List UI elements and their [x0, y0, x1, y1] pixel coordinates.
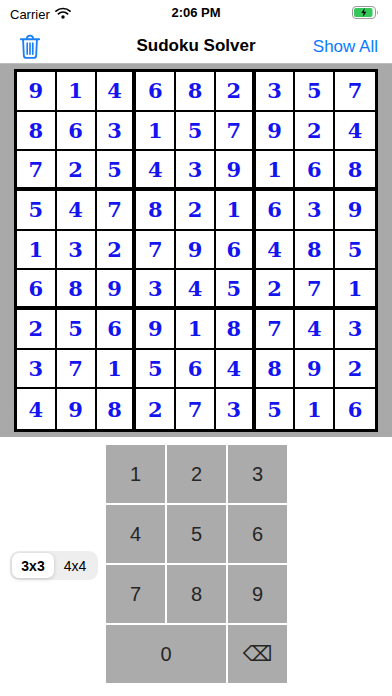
sudoku-cell-r4c3[interactable]: 7: [97, 191, 137, 231]
sudoku-cell-r6c7[interactable]: 2: [256, 270, 296, 310]
sudoku-cell-r9c6[interactable]: 3: [216, 389, 256, 429]
sudoku-cell-r2c4[interactable]: 1: [136, 112, 176, 152]
sudoku-cell-r2c7[interactable]: 9: [256, 112, 296, 152]
key-0[interactable]: 0: [106, 625, 226, 683]
sudoku-cell-r8c4[interactable]: 5: [136, 350, 176, 390]
sudoku-cell-r9c3[interactable]: 8: [97, 389, 137, 429]
sudoku-board: 9146823578631579247254391685478216391327…: [14, 69, 378, 432]
sudoku-cell-r5c8[interactable]: 8: [295, 231, 335, 271]
sudoku-cell-r7c8[interactable]: 4: [295, 310, 335, 350]
sudoku-cell-r2c6[interactable]: 7: [216, 112, 256, 152]
sudoku-cell-r1c5[interactable]: 8: [176, 72, 216, 112]
segment-4x4[interactable]: 4x4: [54, 553, 96, 578]
sudoku-cell-r6c2[interactable]: 8: [57, 270, 97, 310]
sudoku-cell-r8c9[interactable]: 2: [335, 350, 375, 390]
key-7[interactable]: 7: [106, 565, 165, 623]
clock: 2:06 PM: [0, 5, 392, 20]
show-all-button[interactable]: Show All: [313, 30, 378, 64]
sudoku-cell-r7c9[interactable]: 3: [335, 310, 375, 350]
sudoku-cell-r3c4[interactable]: 4: [136, 151, 176, 191]
sudoku-cell-r4c6[interactable]: 1: [216, 191, 256, 231]
sudoku-cell-r3c5[interactable]: 3: [176, 151, 216, 191]
sudoku-cell-r1c8[interactable]: 5: [295, 72, 335, 112]
sudoku-cell-r2c2[interactable]: 6: [57, 112, 97, 152]
sudoku-cell-r3c6[interactable]: 9: [216, 151, 256, 191]
nav-bar: Sudoku Solver Show All: [0, 30, 392, 64]
sudoku-cell-r7c2[interactable]: 5: [57, 310, 97, 350]
sudoku-cell-r3c1[interactable]: 7: [17, 151, 57, 191]
sudoku-cell-r4c5[interactable]: 2: [176, 191, 216, 231]
sudoku-cell-r8c1[interactable]: 3: [17, 350, 57, 390]
sudoku-cell-r6c9[interactable]: 1: [335, 270, 375, 310]
key-8[interactable]: 8: [167, 565, 226, 623]
sudoku-cell-r3c2[interactable]: 2: [57, 151, 97, 191]
sudoku-cell-r1c9[interactable]: 7: [335, 72, 375, 112]
sudoku-cell-r6c3[interactable]: 9: [97, 270, 137, 310]
sudoku-cell-r4c1[interactable]: 5: [17, 191, 57, 231]
battery-charging-icon: [352, 6, 380, 19]
sudoku-cell-r9c5[interactable]: 7: [176, 389, 216, 429]
sudoku-cell-r8c7[interactable]: 8: [256, 350, 296, 390]
sudoku-cell-r8c2[interactable]: 7: [57, 350, 97, 390]
sudoku-cell-r9c4[interactable]: 2: [136, 389, 176, 429]
sudoku-cell-r8c5[interactable]: 6: [176, 350, 216, 390]
sudoku-cell-r1c6[interactable]: 2: [216, 72, 256, 112]
board-background: 9146823578631579247254391685478216391327…: [0, 64, 392, 437]
sudoku-cell-r1c2[interactable]: 1: [57, 72, 97, 112]
sudoku-cell-r4c9[interactable]: 9: [335, 191, 375, 231]
sudoku-cell-r6c8[interactable]: 7: [295, 270, 335, 310]
sudoku-cell-r1c4[interactable]: 6: [136, 72, 176, 112]
sudoku-cell-r5c4[interactable]: 7: [136, 231, 176, 271]
sudoku-cell-r1c7[interactable]: 3: [256, 72, 296, 112]
status-bar: Carrier 2:06 PM: [0, 0, 392, 30]
sudoku-cell-r5c3[interactable]: 2: [97, 231, 137, 271]
key-2[interactable]: 2: [167, 445, 226, 503]
sudoku-cell-r9c2[interactable]: 9: [57, 389, 97, 429]
sudoku-cell-r5c7[interactable]: 4: [256, 231, 296, 271]
key-6[interactable]: 6: [228, 505, 287, 563]
number-keypad: 1234567890⌫: [106, 445, 287, 683]
sudoku-cell-r4c8[interactable]: 3: [295, 191, 335, 231]
sudoku-cell-r2c8[interactable]: 2: [295, 112, 335, 152]
key-5[interactable]: 5: [167, 505, 226, 563]
sudoku-cell-r5c6[interactable]: 6: [216, 231, 256, 271]
sudoku-cell-r3c7[interactable]: 1: [256, 151, 296, 191]
sudoku-cell-r8c6[interactable]: 4: [216, 350, 256, 390]
sudoku-cell-r5c9[interactable]: 5: [335, 231, 375, 271]
sudoku-cell-r3c9[interactable]: 8: [335, 151, 375, 191]
sudoku-cell-r2c5[interactable]: 5: [176, 112, 216, 152]
sudoku-cell-r8c3[interactable]: 1: [97, 350, 137, 390]
sudoku-cell-r2c1[interactable]: 8: [17, 112, 57, 152]
sudoku-cell-r7c1[interactable]: 2: [17, 310, 57, 350]
key-1[interactable]: 1: [106, 445, 165, 503]
key-9[interactable]: 9: [228, 565, 287, 623]
sudoku-cell-r4c4[interactable]: 8: [136, 191, 176, 231]
key-3[interactable]: 3: [228, 445, 287, 503]
sudoku-cell-r5c2[interactable]: 3: [57, 231, 97, 271]
sudoku-cell-r6c4[interactable]: 3: [136, 270, 176, 310]
sudoku-cell-r5c5[interactable]: 9: [176, 231, 216, 271]
sudoku-cell-r2c3[interactable]: 3: [97, 112, 137, 152]
sudoku-cell-r3c3[interactable]: 5: [97, 151, 137, 191]
sudoku-cell-r6c6[interactable]: 5: [216, 270, 256, 310]
sudoku-cell-r1c1[interactable]: 9: [17, 72, 57, 112]
sudoku-solver-app: Carrier 2:06 PM: [0, 0, 392, 696]
sudoku-cell-r1c3[interactable]: 4: [97, 72, 137, 112]
sudoku-cell-r5c1[interactable]: 1: [17, 231, 57, 271]
sudoku-cell-r4c2[interactable]: 4: [57, 191, 97, 231]
sudoku-cell-r3c8[interactable]: 6: [295, 151, 335, 191]
grid-size-segmented-control: 3x34x4: [10, 551, 98, 580]
key-4[interactable]: 4: [106, 505, 165, 563]
sudoku-cell-r7c7[interactable]: 7: [256, 310, 296, 350]
segment-3x3[interactable]: 3x3: [12, 553, 54, 578]
sudoku-cell-r7c5[interactable]: 1: [176, 310, 216, 350]
sudoku-cell-r9c9[interactable]: 6: [335, 389, 375, 429]
sudoku-cell-r7c6[interactable]: 8: [216, 310, 256, 350]
sudoku-cell-r7c4[interactable]: 9: [136, 310, 176, 350]
sudoku-cell-r9c8[interactable]: 1: [295, 389, 335, 429]
sudoku-cell-r7c3[interactable]: 6: [97, 310, 137, 350]
sudoku-cell-r8c8[interactable]: 9: [295, 350, 335, 390]
backspace-key[interactable]: ⌫: [228, 625, 287, 683]
sudoku-cell-r6c1[interactable]: 6: [17, 270, 57, 310]
sudoku-cell-r9c7[interactable]: 5: [256, 389, 296, 429]
sudoku-cell-r4c7[interactable]: 6: [256, 191, 296, 231]
sudoku-cell-r9c1[interactable]: 4: [17, 389, 57, 429]
sudoku-cell-r6c5[interactable]: 4: [176, 270, 216, 310]
sudoku-cell-r2c9[interactable]: 4: [335, 112, 375, 152]
